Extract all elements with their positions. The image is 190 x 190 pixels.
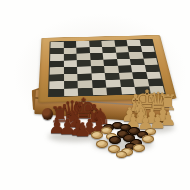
checker-disc-light bbox=[116, 151, 127, 158]
chess-checkers-set-photo: ♜♛♚♝♞♞♟♟♟♟♟♟ ♚♛♝♜♞♟♟♟♟♟♟♟♟ Product photo… bbox=[0, 0, 190, 190]
checker-disc-dark bbox=[109, 136, 121, 144]
square-e1 bbox=[106, 87, 121, 95]
checker-disc-light bbox=[142, 135, 154, 143]
dark-chess-piece: ♟ bbox=[74, 120, 91, 139]
checker-disc-light bbox=[91, 131, 103, 139]
checker-disc-light bbox=[96, 140, 108, 148]
checker-disc-light bbox=[133, 144, 145, 152]
